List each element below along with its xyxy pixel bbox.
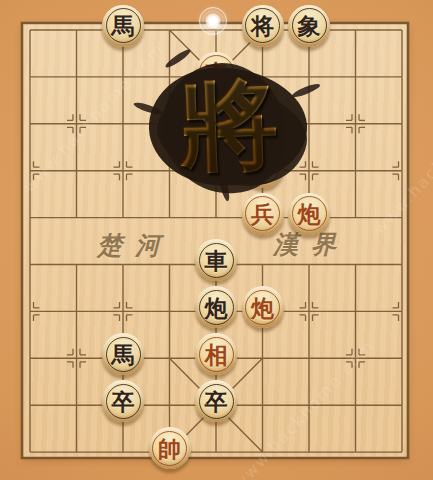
piece-black-soldier[interactable]: 卒 — [195, 380, 237, 422]
piece-glyph: 炮 — [195, 286, 237, 328]
piece-red-general[interactable]: 帥 — [149, 427, 191, 469]
piece-glyph: 卒 — [102, 380, 144, 422]
piece-black-cannon[interactable]: 炮 — [195, 286, 237, 328]
piece-glyph: 卒 — [195, 380, 237, 422]
piece-red-soldier[interactable]: 兵 — [242, 193, 284, 235]
piece-red-chariot[interactable]: 車 — [195, 52, 237, 94]
piece-black-horse[interactable]: 馬 — [102, 333, 144, 375]
piece-glyph: 炮 — [288, 193, 330, 235]
piece-glyph: 馬 — [102, 333, 144, 375]
piece-grid: 馬将象車車兵炮車炮炮馬相卒卒帥 — [7, 7, 426, 476]
piece-black-soldier[interactable]: 卒 — [102, 380, 144, 422]
piece-black-horse[interactable]: 馬 — [102, 5, 144, 47]
piece-black-elephant[interactable]: 象 — [288, 5, 330, 47]
piece-red-elephant[interactable]: 相 — [195, 333, 237, 375]
piece-red-cannon[interactable]: 炮 — [242, 286, 284, 328]
piece-glyph: 兵 — [242, 193, 284, 235]
piece-glyph: 車 — [195, 239, 237, 281]
piece-black-chariot[interactable]: 車 — [242, 146, 284, 188]
piece-red-cannon[interactable]: 炮 — [288, 193, 330, 235]
piece-black-general[interactable]: 将 — [242, 5, 284, 47]
sparkle-highlight-icon — [204, 12, 222, 30]
piece-glyph: 象 — [288, 5, 330, 47]
piece-glyph: 相 — [195, 333, 237, 375]
piece-glyph: 炮 — [242, 286, 284, 328]
piece-black-chariot[interactable]: 車 — [195, 239, 237, 281]
piece-glyph: 帥 — [149, 427, 191, 469]
xiangqi-game-screen: 楚河 漢界 www.hackhome.com www.hackhome.com … — [0, 0, 433, 480]
piece-glyph: 車 — [242, 146, 284, 188]
piece-glyph: 将 — [242, 5, 284, 47]
piece-glyph: 車 — [195, 52, 237, 94]
piece-glyph: 馬 — [102, 5, 144, 47]
